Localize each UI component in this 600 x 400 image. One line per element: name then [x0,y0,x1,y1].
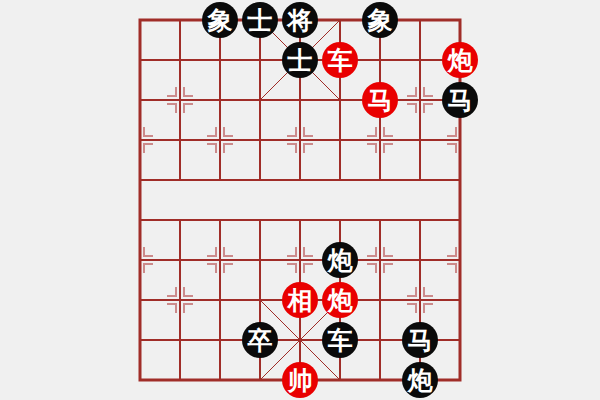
pieces-layer: 象士将象士车炮马马炮相炮卒车马帅炮 [120,0,480,400]
piece-glyph: 炮 [322,242,358,278]
piece-glyph: 帅 [282,362,318,398]
piece-glyph: 象 [202,2,238,38]
piece-glyph: 将 [282,2,318,38]
piece-glyph: 炮 [402,362,438,398]
piece-glyph: 车 [322,322,358,358]
piece-glyph: 马 [362,82,398,118]
piece-glyph: 马 [442,82,478,118]
piece-glyph: 卒 [242,322,278,358]
piece-black-chariot[interactable]: 车 [320,320,360,360]
piece-red-general[interactable]: 帅 [280,360,320,400]
piece-glyph: 象 [362,2,398,38]
xiangqi-board-stage: 象士将象士车炮马马炮相炮卒车马帅炮 [0,0,600,400]
piece-black-elephant[interactable]: 象 [200,0,240,40]
piece-glyph: 马 [402,322,438,358]
piece-glyph: 车 [322,42,358,78]
piece-black-advisor[interactable]: 士 [280,40,320,80]
piece-black-horse[interactable]: 马 [440,80,480,120]
piece-black-cannon[interactable]: 炮 [320,240,360,280]
piece-red-cannon[interactable]: 炮 [320,280,360,320]
piece-glyph: 炮 [322,282,358,318]
piece-black-general[interactable]: 将 [280,0,320,40]
piece-black-cannon[interactable]: 炮 [400,360,440,400]
piece-glyph: 炮 [442,42,478,78]
piece-black-advisor[interactable]: 士 [240,0,280,40]
piece-red-cannon[interactable]: 炮 [440,40,480,80]
piece-glyph: 士 [242,2,278,38]
piece-glyph: 士 [282,42,318,78]
piece-glyph: 相 [282,282,318,318]
piece-black-elephant[interactable]: 象 [360,0,400,40]
piece-black-pawn[interactable]: 卒 [240,320,280,360]
piece-red-chariot[interactable]: 车 [320,40,360,80]
piece-black-horse[interactable]: 马 [400,320,440,360]
piece-red-horse[interactable]: 马 [360,80,400,120]
piece-red-elephant[interactable]: 相 [280,280,320,320]
